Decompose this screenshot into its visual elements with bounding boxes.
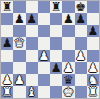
piece-white-king: ♚ [63, 86, 74, 98]
piece-black-pawn: ♟ [51, 62, 62, 74]
square-h1[interactable]: ♜ [87, 86, 99, 98]
square-a7[interactable] [1, 13, 13, 25]
square-e7[interactable] [50, 13, 62, 25]
square-c4[interactable] [26, 50, 38, 62]
square-d4[interactable]: ♟ [38, 50, 50, 62]
square-f7[interactable]: ♟ [62, 13, 74, 25]
piece-black-rook: ♜ [2, 1, 13, 13]
square-d7[interactable] [38, 13, 50, 25]
square-g2[interactable] [75, 74, 87, 86]
square-f6[interactable] [62, 25, 74, 37]
square-g7[interactable]: ♟ [75, 13, 87, 25]
square-a1[interactable]: ♜ [1, 86, 13, 98]
square-b2[interactable]: ♟ [13, 74, 25, 86]
square-e3[interactable]: ♟ [50, 62, 62, 74]
square-e5[interactable] [50, 37, 62, 49]
square-e4[interactable] [50, 50, 62, 62]
square-h2[interactable]: ♞ [87, 74, 99, 86]
square-b6[interactable] [13, 25, 25, 37]
square-b8[interactable] [13, 1, 25, 13]
square-c1[interactable]: ♝ [26, 86, 38, 98]
square-g3[interactable] [75, 62, 87, 74]
piece-white-pawn: ♟ [87, 62, 98, 74]
piece-white-pawn: ♟ [14, 74, 25, 86]
square-g8[interactable]: ♚ [75, 1, 87, 13]
piece-black-pawn: ♟ [75, 13, 86, 25]
square-g6[interactable] [75, 25, 87, 37]
square-b3[interactable] [13, 62, 25, 74]
square-c2[interactable] [26, 74, 38, 86]
square-e2[interactable] [50, 74, 62, 86]
piece-black-pawn: ♟ [2, 37, 13, 49]
piece-white-pawn: ♟ [2, 74, 13, 86]
square-a8[interactable]: ♜ [1, 1, 13, 13]
square-c3[interactable] [26, 62, 38, 74]
piece-white-pawn: ♟ [38, 50, 49, 62]
square-d1[interactable] [38, 86, 50, 98]
square-h6[interactable]: ♟ [87, 25, 99, 37]
square-e8[interactable]: ♜ [50, 1, 62, 13]
square-f5[interactable] [62, 37, 74, 49]
piece-white-queen: ♛ [14, 37, 25, 49]
square-d5[interactable] [38, 37, 50, 49]
piece-black-king: ♚ [75, 1, 86, 13]
chess-board: ♜♜♚♟♟♟♟♟♟♛♟♟♟♟♟♟♟♛♞♜♝♚♜ [0, 0, 100, 99]
piece-white-pawn: ♟ [63, 62, 74, 74]
square-b1[interactable] [13, 86, 25, 98]
square-d6[interactable] [38, 25, 50, 37]
square-h3[interactable]: ♟ [87, 62, 99, 74]
square-g4[interactable]: ♟ [75, 50, 87, 62]
square-h8[interactable] [87, 1, 99, 13]
square-b5[interactable]: ♛ [13, 37, 25, 49]
square-g5[interactable] [75, 37, 87, 49]
square-a4[interactable] [1, 50, 13, 62]
square-a2[interactable]: ♟ [1, 74, 13, 86]
piece-white-pawn: ♟ [75, 50, 86, 62]
square-a6[interactable] [1, 25, 13, 37]
square-d8[interactable] [38, 1, 50, 13]
square-f1[interactable]: ♚ [62, 86, 74, 98]
square-f2[interactable]: ♛ [62, 74, 74, 86]
piece-white-knight: ♞ [87, 74, 98, 86]
square-b4[interactable] [13, 50, 25, 62]
piece-black-pawn: ♟ [14, 13, 25, 25]
piece-black-pawn: ♟ [63, 13, 74, 25]
piece-white-rook: ♜ [87, 86, 98, 98]
square-h7[interactable] [87, 13, 99, 25]
square-f8[interactable] [62, 1, 74, 13]
square-h4[interactable] [87, 50, 99, 62]
piece-black-rook: ♜ [51, 1, 62, 13]
square-c8[interactable] [26, 1, 38, 13]
square-d3[interactable] [38, 62, 50, 74]
piece-white-bishop: ♝ [26, 86, 37, 98]
square-d2[interactable] [38, 74, 50, 86]
piece-white-rook: ♜ [2, 86, 13, 98]
square-f4[interactable] [62, 50, 74, 62]
square-b7[interactable]: ♟ [13, 13, 25, 25]
square-h5[interactable] [87, 37, 99, 49]
square-g1[interactable] [75, 86, 87, 98]
square-e6[interactable] [50, 25, 62, 37]
square-c6[interactable] [26, 25, 38, 37]
square-e1[interactable] [50, 86, 62, 98]
square-c5[interactable] [26, 37, 38, 49]
piece-black-queen: ♛ [63, 74, 74, 86]
square-a3[interactable] [1, 62, 13, 74]
square-a5[interactable]: ♟ [1, 37, 13, 49]
piece-black-pawn: ♟ [87, 25, 98, 37]
square-c7[interactable]: ♟ [26, 13, 38, 25]
piece-black-pawn: ♟ [26, 13, 37, 25]
square-f3[interactable]: ♟ [62, 62, 74, 74]
